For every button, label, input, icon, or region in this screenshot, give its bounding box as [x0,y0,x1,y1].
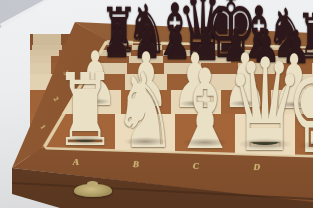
piece-white-rook-a1[interactable]: ♜ [55,61,116,161]
piece-white-knight-b1[interactable]: ♞ [113,59,176,163]
piece-white-king-e1[interactable]: ♚ [285,42,313,172]
pieces-layer: ♜♞♝♛♚♝♞♜♟♟♟♟♟♟♟♟♜♞♝♛♚♝♞♜♟♟♟♟♟♟♟♟ [0,0,313,208]
chess-set-photo: ABCD123 ♜♞♝♛♚♝♞♜♟♟♟♟♟♟♟♟♜♞♝♛♚♝♞♜♟♟♟♟♟♟♟♟ [0,0,313,208]
